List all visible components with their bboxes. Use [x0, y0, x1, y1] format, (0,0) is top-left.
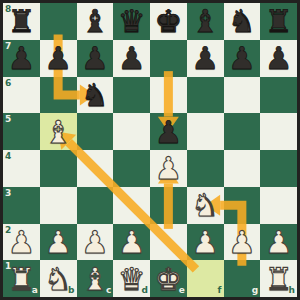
square-f6[interactable] [187, 77, 224, 114]
rank-label-5: 5 [5, 115, 11, 124]
white-rook-a1[interactable]: ♜ [3, 260, 40, 297]
square-g6[interactable] [224, 77, 261, 114]
square-a1[interactable]: 1a♜ [3, 260, 40, 297]
square-e5[interactable]: ♟ [150, 113, 187, 150]
white-knight-f3[interactable]: ♞ [187, 187, 224, 224]
square-b8[interactable] [40, 3, 77, 40]
square-e6[interactable] [150, 77, 187, 114]
white-pawn-e4[interactable]: ♟ [150, 150, 187, 187]
black-queen-d8[interactable]: ♛ [113, 3, 150, 40]
square-d4[interactable] [113, 150, 150, 187]
black-knight-c6[interactable]: ♞ [77, 77, 114, 114]
black-pawn-b7[interactable]: ♟ [40, 40, 77, 77]
black-pawn-f7[interactable]: ♟ [187, 40, 224, 77]
square-c2[interactable]: ♟ [77, 224, 114, 261]
white-pawn-f2[interactable]: ♟ [187, 224, 224, 261]
chess-board: 8♜♝♛♚♝♞♜7♟♟♟♟♟♟♟6♞5♝♟4♟3♞2♟♟♟♟♟♟♟1a♜b♞c♝… [3, 3, 297, 297]
square-h5[interactable] [260, 113, 297, 150]
file-label-g: g [252, 286, 258, 295]
white-pawn-d2[interactable]: ♟ [113, 224, 150, 261]
square-h8[interactable]: ♜ [260, 3, 297, 40]
square-c3[interactable] [77, 187, 114, 224]
white-bishop-b5[interactable]: ♝ [40, 113, 77, 150]
black-pawn-c7[interactable]: ♟ [77, 40, 114, 77]
black-rook-h8[interactable]: ♜ [260, 3, 297, 40]
black-bishop-f8[interactable]: ♝ [187, 3, 224, 40]
square-b2[interactable]: ♟ [40, 224, 77, 261]
square-f2[interactable]: ♟ [187, 224, 224, 261]
black-knight-g8[interactable]: ♞ [224, 3, 261, 40]
white-queen-d1[interactable]: ♛ [113, 260, 150, 297]
black-pawn-e5[interactable]: ♟ [150, 113, 187, 150]
square-a3[interactable]: 3 [3, 187, 40, 224]
black-king-e8[interactable]: ♚ [150, 3, 187, 40]
square-a8[interactable]: 8♜ [3, 3, 40, 40]
rank-label-3: 3 [5, 189, 11, 198]
square-e8[interactable]: ♚ [150, 3, 187, 40]
square-g1[interactable]: g [224, 260, 261, 297]
square-d3[interactable] [113, 187, 150, 224]
square-f3[interactable]: ♞ [187, 187, 224, 224]
square-e7[interactable] [150, 40, 187, 77]
square-a2[interactable]: 2♟ [3, 224, 40, 261]
square-d8[interactable]: ♛ [113, 3, 150, 40]
square-f8[interactable]: ♝ [187, 3, 224, 40]
rank-label-4: 4 [5, 152, 11, 161]
square-b1[interactable]: b♞ [40, 260, 77, 297]
square-c8[interactable]: ♝ [77, 3, 114, 40]
square-f1[interactable]: f [187, 260, 224, 297]
black-pawn-g7[interactable]: ♟ [224, 40, 261, 77]
black-pawn-h7[interactable]: ♟ [260, 40, 297, 77]
square-b3[interactable] [40, 187, 77, 224]
square-e1[interactable]: e♚ [150, 260, 187, 297]
square-b7[interactable]: ♟ [40, 40, 77, 77]
square-d2[interactable]: ♟ [113, 224, 150, 261]
square-g7[interactable]: ♟ [224, 40, 261, 77]
square-b4[interactable] [40, 150, 77, 187]
square-c6[interactable]: ♞ [77, 77, 114, 114]
white-pawn-b2[interactable]: ♟ [40, 224, 77, 261]
square-a6[interactable]: 6 [3, 77, 40, 114]
square-e4[interactable]: ♟ [150, 150, 187, 187]
white-king-e1[interactable]: ♚ [150, 260, 187, 297]
square-h3[interactable] [260, 187, 297, 224]
square-d7[interactable]: ♟ [113, 40, 150, 77]
square-c4[interactable] [77, 150, 114, 187]
square-c7[interactable]: ♟ [77, 40, 114, 77]
square-d5[interactable] [113, 113, 150, 150]
white-knight-b1[interactable]: ♞ [40, 260, 77, 297]
black-pawn-d7[interactable]: ♟ [113, 40, 150, 77]
square-d6[interactable] [113, 77, 150, 114]
square-d1[interactable]: d♛ [113, 260, 150, 297]
black-pawn-a7[interactable]: ♟ [3, 40, 40, 77]
white-pawn-g2[interactable]: ♟ [224, 224, 261, 261]
square-e2[interactable] [150, 224, 187, 261]
square-g5[interactable] [224, 113, 261, 150]
chess-board-frame: 8♜♝♛♚♝♞♜7♟♟♟♟♟♟♟6♞5♝♟4♟3♞2♟♟♟♟♟♟♟1a♜b♞c♝… [0, 0, 300, 300]
square-h7[interactable]: ♟ [260, 40, 297, 77]
white-pawn-h2[interactable]: ♟ [260, 224, 297, 261]
square-a7[interactable]: 7♟ [3, 40, 40, 77]
white-pawn-a2[interactable]: ♟ [3, 224, 40, 261]
square-h1[interactable]: h♜ [260, 260, 297, 297]
square-a4[interactable]: 4 [3, 150, 40, 187]
square-f5[interactable] [187, 113, 224, 150]
square-b6[interactable] [40, 77, 77, 114]
square-h6[interactable] [260, 77, 297, 114]
square-a5[interactable]: 5 [3, 113, 40, 150]
square-g2[interactable]: ♟ [224, 224, 261, 261]
file-label-f: f [218, 286, 222, 295]
square-g4[interactable] [224, 150, 261, 187]
black-rook-a8[interactable]: ♜ [3, 3, 40, 40]
square-g8[interactable]: ♞ [224, 3, 261, 40]
black-bishop-c8[interactable]: ♝ [77, 3, 114, 40]
square-f4[interactable] [187, 150, 224, 187]
square-h2[interactable]: ♟ [260, 224, 297, 261]
square-c5[interactable] [77, 113, 114, 150]
square-h4[interactable] [260, 150, 297, 187]
square-g3[interactable] [224, 187, 261, 224]
square-f7[interactable]: ♟ [187, 40, 224, 77]
square-b5[interactable]: ♝ [40, 113, 77, 150]
square-e3[interactable] [150, 187, 187, 224]
rank-label-6: 6 [5, 79, 11, 88]
white-pawn-c2[interactable]: ♟ [77, 224, 114, 261]
white-rook-h1[interactable]: ♜ [260, 260, 297, 297]
square-c1[interactable]: c♝ [77, 260, 114, 297]
white-bishop-c1[interactable]: ♝ [77, 260, 114, 297]
